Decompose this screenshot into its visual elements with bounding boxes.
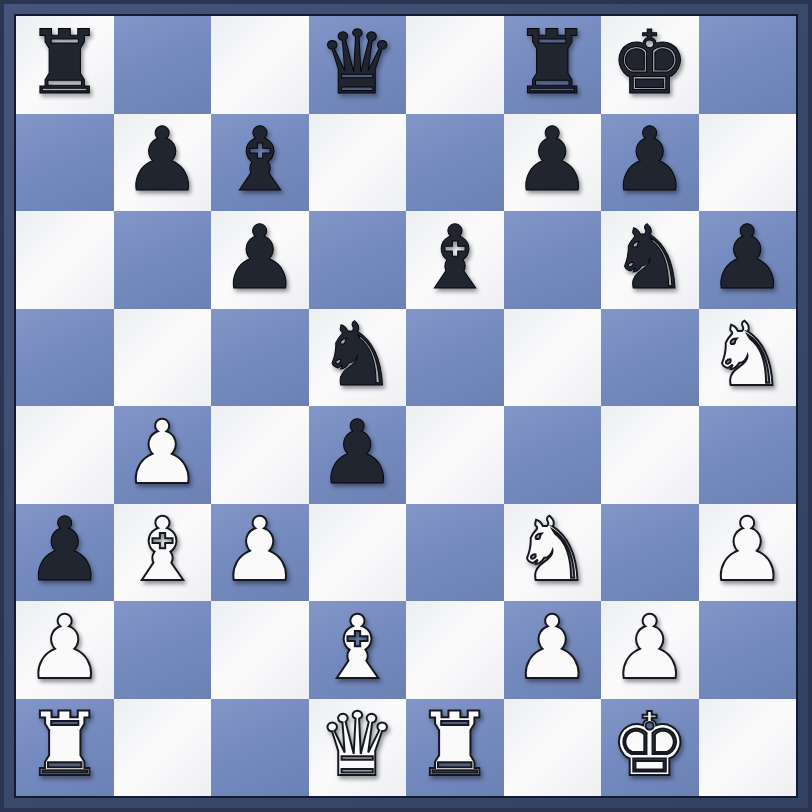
square-f8[interactable]: ♜ [504,16,602,114]
piece-white-pawn[interactable]: ♟ [25,604,104,692]
square-c3[interactable]: ♟ [211,504,309,602]
square-h7[interactable] [699,114,797,212]
square-h1[interactable] [699,699,797,797]
square-h8[interactable] [699,16,797,114]
square-e7[interactable] [406,114,504,212]
piece-black-pawn[interactable]: ♟ [318,409,397,497]
chess-board: ♜♛♜♚♟♝♟♟♟♝♞♟♞♞♟♟♟♝♟♞♟♟♝♟♟♜♛♜♚ [16,16,796,796]
piece-white-pawn[interactable]: ♟ [220,506,299,594]
square-g4[interactable] [601,406,699,504]
square-c6[interactable]: ♟ [211,211,309,309]
square-c7[interactable]: ♝ [211,114,309,212]
square-d2[interactable]: ♝ [309,601,407,699]
square-e5[interactable] [406,309,504,407]
piece-black-bishop[interactable]: ♝ [220,116,299,204]
square-e4[interactable] [406,406,504,504]
square-g5[interactable] [601,309,699,407]
piece-white-bishop[interactable]: ♝ [318,604,397,692]
square-d1[interactable]: ♛ [309,699,407,797]
square-a1[interactable]: ♜ [16,699,114,797]
square-b8[interactable] [114,16,212,114]
square-b7[interactable]: ♟ [114,114,212,212]
piece-white-pawn[interactable]: ♟ [513,604,592,692]
square-c5[interactable] [211,309,309,407]
square-b3[interactable]: ♝ [114,504,212,602]
square-f5[interactable] [504,309,602,407]
piece-white-pawn[interactable]: ♟ [123,409,202,497]
square-f1[interactable] [504,699,602,797]
square-a3[interactable]: ♟ [16,504,114,602]
piece-black-king[interactable]: ♚ [610,19,689,107]
square-h5[interactable]: ♞ [699,309,797,407]
square-h4[interactable] [699,406,797,504]
piece-white-knight[interactable]: ♞ [708,311,787,399]
square-e8[interactable] [406,16,504,114]
square-g6[interactable]: ♞ [601,211,699,309]
square-f3[interactable]: ♞ [504,504,602,602]
piece-black-rook[interactable]: ♜ [25,19,104,107]
square-e6[interactable]: ♝ [406,211,504,309]
square-c4[interactable] [211,406,309,504]
piece-black-pawn[interactable]: ♟ [708,214,787,302]
piece-black-pawn[interactable]: ♟ [25,506,104,594]
piece-white-knight[interactable]: ♞ [513,506,592,594]
square-a8[interactable]: ♜ [16,16,114,114]
square-g1[interactable]: ♚ [601,699,699,797]
piece-black-queen[interactable]: ♛ [318,19,397,107]
piece-black-pawn[interactable]: ♟ [123,116,202,204]
board-frame: ♜♛♜♚♟♝♟♟♟♝♞♟♞♞♟♟♟♝♟♞♟♟♝♟♟♜♛♜♚ [0,0,812,812]
square-h6[interactable]: ♟ [699,211,797,309]
piece-black-pawn[interactable]: ♟ [220,214,299,302]
piece-white-rook[interactable]: ♜ [415,701,494,789]
piece-black-knight[interactable]: ♞ [318,311,397,399]
square-b4[interactable]: ♟ [114,406,212,504]
square-b1[interactable] [114,699,212,797]
square-d4[interactable]: ♟ [309,406,407,504]
piece-white-king[interactable]: ♚ [610,701,689,789]
square-g7[interactable]: ♟ [601,114,699,212]
piece-white-pawn[interactable]: ♟ [708,506,787,594]
square-c2[interactable] [211,601,309,699]
square-h2[interactable] [699,601,797,699]
square-g8[interactable]: ♚ [601,16,699,114]
square-b6[interactable] [114,211,212,309]
square-a6[interactable] [16,211,114,309]
piece-black-bishop[interactable]: ♝ [415,214,494,302]
square-c8[interactable] [211,16,309,114]
square-f6[interactable] [504,211,602,309]
square-a5[interactable] [16,309,114,407]
square-d3[interactable] [309,504,407,602]
square-d7[interactable] [309,114,407,212]
square-f7[interactable]: ♟ [504,114,602,212]
square-f4[interactable] [504,406,602,504]
piece-black-pawn[interactable]: ♟ [513,116,592,204]
piece-white-pawn[interactable]: ♟ [610,604,689,692]
square-d6[interactable] [309,211,407,309]
square-a2[interactable]: ♟ [16,601,114,699]
square-c1[interactable] [211,699,309,797]
piece-white-bishop[interactable]: ♝ [123,506,202,594]
square-e2[interactable] [406,601,504,699]
piece-white-rook[interactable]: ♜ [25,701,104,789]
square-d5[interactable]: ♞ [309,309,407,407]
square-h3[interactable]: ♟ [699,504,797,602]
square-a7[interactable] [16,114,114,212]
square-g2[interactable]: ♟ [601,601,699,699]
square-e3[interactable] [406,504,504,602]
square-e1[interactable]: ♜ [406,699,504,797]
piece-black-knight[interactable]: ♞ [610,214,689,302]
square-g3[interactable] [601,504,699,602]
square-f2[interactable]: ♟ [504,601,602,699]
square-b2[interactable] [114,601,212,699]
piece-white-queen[interactable]: ♛ [318,701,397,789]
square-a4[interactable] [16,406,114,504]
piece-black-pawn[interactable]: ♟ [610,116,689,204]
piece-black-rook[interactable]: ♜ [513,19,592,107]
square-b5[interactable] [114,309,212,407]
square-d8[interactable]: ♛ [309,16,407,114]
